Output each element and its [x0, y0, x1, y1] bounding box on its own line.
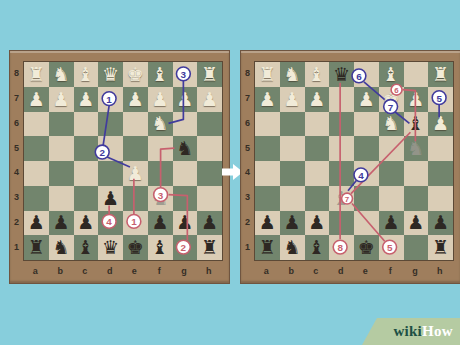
square-f6: ♞	[148, 112, 173, 137]
rank-label-5: 5	[241, 135, 254, 160]
square-h3	[197, 186, 222, 211]
white-pawn: ♟	[24, 87, 49, 112]
square-c1: ♝	[74, 235, 99, 260]
black-king: ♚	[354, 235, 379, 260]
square-d4	[329, 161, 354, 186]
square-c2: ♟	[74, 211, 99, 236]
square-g8	[404, 62, 429, 87]
square-c5	[305, 136, 330, 161]
rank-label-1: 1	[10, 234, 23, 259]
square-b8: ♞	[49, 62, 74, 87]
square-e7: ♟	[354, 87, 379, 112]
square-e4: ♟	[123, 161, 148, 186]
white-pawn: ♟	[404, 87, 429, 112]
white-pawn: ♟	[123, 161, 148, 186]
white-pawn: ♟	[354, 87, 379, 112]
square-a3	[255, 186, 280, 211]
square-a1: ♜	[24, 235, 49, 260]
file-label-g: g	[403, 262, 428, 280]
square-e6	[123, 112, 148, 137]
square-a7: ♟	[255, 87, 280, 112]
square-e2	[354, 211, 379, 236]
black-pawn: ♟	[49, 211, 74, 236]
black-rook: ♜	[428, 235, 453, 260]
square-d7	[98, 87, 123, 112]
square-f7: ♟	[148, 87, 173, 112]
square-h8: ♜	[197, 62, 222, 87]
file-label-d: d	[97, 262, 122, 280]
white-rook: ♜	[24, 62, 49, 87]
square-c5	[74, 136, 99, 161]
square-h2: ♟	[197, 211, 222, 236]
square-c8: ♝	[305, 62, 330, 87]
rank-label-1: 1	[241, 234, 254, 259]
square-c7: ♟	[305, 87, 330, 112]
black-rook: ♜	[197, 235, 222, 260]
black-pawn: ♟	[379, 211, 404, 236]
square-g8	[173, 62, 198, 87]
square-h4	[197, 161, 222, 186]
square-d8: ♛	[98, 62, 123, 87]
black-pawn: ♟	[280, 211, 305, 236]
chess-board-before: 87654321♜♞♝♛♚♝♜♟♟♟♟♟♟♟♞♞♟♟♞♟♟♟♟♟♟♜♞♝♛♚♝♜…	[9, 50, 230, 284]
square-b6	[280, 112, 305, 137]
square-d5	[98, 136, 123, 161]
square-a5	[255, 136, 280, 161]
file-labels: abcdefgh	[254, 262, 452, 280]
black-pawn: ♟	[24, 211, 49, 236]
white-rook: ♜	[255, 62, 280, 87]
square-c1: ♝	[305, 235, 330, 260]
square-g3	[173, 186, 198, 211]
file-label-b: b	[279, 262, 304, 280]
square-a8: ♜	[24, 62, 49, 87]
file-label-h: h	[196, 262, 221, 280]
square-d2	[329, 211, 354, 236]
white-pawn: ♟	[173, 87, 198, 112]
square-d6	[329, 112, 354, 137]
rank-label-4: 4	[241, 160, 254, 185]
square-g3	[404, 186, 429, 211]
file-label-e: e	[122, 262, 147, 280]
square-e1: ♚	[354, 235, 379, 260]
square-c7: ♟	[74, 87, 99, 112]
white-pawn: ♟	[148, 87, 173, 112]
square-g1	[404, 235, 429, 260]
square-h1: ♜	[428, 235, 453, 260]
square-a4	[255, 161, 280, 186]
white-king: ♚	[123, 62, 148, 87]
ghost-bishop: ♝	[329, 186, 354, 211]
square-f6: ♞	[379, 112, 404, 137]
file-label-g: g	[172, 262, 197, 280]
white-knight: ♞	[379, 112, 404, 137]
square-d4	[98, 161, 123, 186]
rank-label-2: 2	[10, 210, 23, 235]
white-rook: ♜	[428, 62, 453, 87]
square-f1: ♝	[148, 235, 173, 260]
watermark-wiki-text: wiki	[393, 323, 422, 340]
white-queen: ♛	[98, 62, 123, 87]
watermark-how-text: How	[422, 323, 453, 340]
black-king: ♚	[123, 235, 148, 260]
square-c3	[305, 186, 330, 211]
square-h3	[428, 186, 453, 211]
rank-label-6: 6	[241, 111, 254, 136]
rank-labels: 87654321	[10, 61, 23, 259]
square-c2: ♟	[305, 211, 330, 236]
square-a2: ♟	[255, 211, 280, 236]
square-f8: ♝	[379, 62, 404, 87]
black-pawn: ♟	[428, 211, 453, 236]
square-h7: ♟	[197, 87, 222, 112]
square-c4	[305, 161, 330, 186]
rank-label-7: 7	[10, 86, 23, 111]
square-f4	[379, 161, 404, 186]
square-b5	[280, 136, 305, 161]
square-f2: ♟	[379, 211, 404, 236]
wikihow-chess-illustration: 87654321♜♞♝♛♚♝♜♟♟♟♟♟♟♟♞♞♟♟♞♟♟♟♟♟♟♜♞♝♛♚♝♜…	[0, 0, 460, 345]
square-b7: ♟	[49, 87, 74, 112]
square-d6	[98, 112, 123, 137]
square-d3: ♟	[98, 186, 123, 211]
square-e7: ♟	[123, 87, 148, 112]
ghost-knight: ♞	[404, 136, 429, 161]
square-c8: ♝	[74, 62, 99, 87]
black-queen: ♛	[98, 235, 123, 260]
black-bishop: ♝	[404, 112, 429, 137]
rank-label-7: 7	[241, 86, 254, 111]
black-rook: ♜	[255, 235, 280, 260]
black-rook: ♜	[24, 235, 49, 260]
square-a5	[24, 136, 49, 161]
square-b1: ♞	[280, 235, 305, 260]
square-b3	[49, 186, 74, 211]
square-e5	[354, 136, 379, 161]
square-a4	[24, 161, 49, 186]
square-b3	[280, 186, 305, 211]
rank-label-2: 2	[241, 210, 254, 235]
file-label-h: h	[427, 262, 452, 280]
black-pawn: ♟	[255, 211, 280, 236]
white-bishop: ♝	[305, 62, 330, 87]
square-f5	[379, 136, 404, 161]
square-b2: ♟	[280, 211, 305, 236]
chess-board-after: 87654321♜♞♝♛♝♜♟♟♟♟♚♟♞♝♟♞♝♟♟♟♟♟♟♜♞♝♚♜4567…	[240, 50, 460, 284]
black-knight: ♞	[49, 235, 74, 260]
black-pawn: ♟	[404, 211, 429, 236]
white-pawn: ♟	[197, 87, 222, 112]
square-a1: ♜	[255, 235, 280, 260]
square-f3	[379, 186, 404, 211]
file-labels: abcdefgh	[23, 262, 221, 280]
square-h1: ♜	[197, 235, 222, 260]
square-f3: ♞	[148, 186, 173, 211]
square-g1	[173, 235, 198, 260]
black-knight: ♞	[173, 136, 198, 161]
rank-label-6: 6	[10, 111, 23, 136]
square-f2: ♟	[148, 211, 173, 236]
square-g7: ♟	[173, 87, 198, 112]
square-h8: ♜	[428, 62, 453, 87]
square-c3	[74, 186, 99, 211]
square-b7: ♟	[280, 87, 305, 112]
square-a6	[255, 112, 280, 137]
square-e5	[123, 136, 148, 161]
ghost-knight: ♞	[148, 186, 173, 211]
black-pawn: ♟	[74, 211, 99, 236]
square-g5: ♞	[173, 136, 198, 161]
square-b8: ♞	[280, 62, 305, 87]
black-pawn: ♟	[173, 211, 198, 236]
rank-label-3: 3	[10, 185, 23, 210]
file-label-d: d	[328, 262, 353, 280]
square-c4	[74, 161, 99, 186]
square-g5: ♞	[404, 136, 429, 161]
square-a7: ♟	[24, 87, 49, 112]
black-bishop: ♝	[74, 235, 99, 260]
square-b1: ♞	[49, 235, 74, 260]
square-e2	[123, 211, 148, 236]
black-pawn: ♟	[148, 211, 173, 236]
white-king: ♚	[379, 87, 404, 112]
black-pawn: ♟	[197, 211, 222, 236]
square-h4	[428, 161, 453, 186]
square-f8: ♝	[148, 62, 173, 87]
square-d7	[329, 87, 354, 112]
square-h6: ♟	[428, 112, 453, 137]
board-grid: ♜♞♝♛♚♝♜♟♟♟♟♟♟♟♞♞♟♟♞♟♟♟♟♟♟♜♞♝♛♚♝♜	[23, 61, 223, 261]
file-label-a: a	[254, 262, 279, 280]
square-g4	[404, 161, 429, 186]
file-label-e: e	[353, 262, 378, 280]
rank-label-8: 8	[241, 61, 254, 86]
square-e3	[354, 186, 379, 211]
square-g2: ♟	[404, 211, 429, 236]
file-label-f: f	[378, 262, 403, 280]
square-e8: ♚	[123, 62, 148, 87]
square-a8: ♜	[255, 62, 280, 87]
white-pawn: ♟	[123, 87, 148, 112]
white-bishop: ♝	[148, 62, 173, 87]
square-b4	[49, 161, 74, 186]
square-h7	[428, 87, 453, 112]
white-knight: ♞	[49, 62, 74, 87]
square-b4	[280, 161, 305, 186]
white-bishop: ♝	[379, 62, 404, 87]
square-e4	[354, 161, 379, 186]
square-e1: ♚	[123, 235, 148, 260]
white-pawn: ♟	[49, 87, 74, 112]
black-bishop: ♝	[305, 235, 330, 260]
square-f4	[148, 161, 173, 186]
square-h5	[197, 136, 222, 161]
white-pawn: ♟	[428, 112, 453, 137]
square-h5	[428, 136, 453, 161]
file-label-c: c	[73, 262, 98, 280]
rank-label-8: 8	[10, 61, 23, 86]
square-d2	[98, 211, 123, 236]
white-knight: ♞	[280, 62, 305, 87]
white-rook: ♜	[197, 62, 222, 87]
white-pawn: ♟	[305, 87, 330, 112]
square-h2: ♟	[428, 211, 453, 236]
white-knight: ♞	[148, 112, 173, 137]
square-g7: ♟	[404, 87, 429, 112]
square-d1	[329, 235, 354, 260]
square-e6	[354, 112, 379, 137]
square-c6	[74, 112, 99, 137]
square-b2: ♟	[49, 211, 74, 236]
square-a3	[24, 186, 49, 211]
square-g4	[173, 161, 198, 186]
square-g2: ♟	[173, 211, 198, 236]
black-bishop: ♝	[148, 235, 173, 260]
rank-labels: 87654321	[241, 61, 254, 259]
white-pawn: ♟	[280, 87, 305, 112]
wikihow-watermark: wikiHow	[362, 318, 460, 345]
square-e3	[123, 186, 148, 211]
square-d3: ♝	[329, 186, 354, 211]
square-a6	[24, 112, 49, 137]
file-label-a: a	[23, 262, 48, 280]
rank-label-4: 4	[10, 160, 23, 185]
black-knight: ♞	[280, 235, 305, 260]
square-d1: ♛	[98, 235, 123, 260]
white-pawn: ♟	[255, 87, 280, 112]
file-label-c: c	[304, 262, 329, 280]
black-pawn: ♟	[98, 186, 123, 211]
square-e8	[354, 62, 379, 87]
square-f5	[148, 136, 173, 161]
square-g6	[173, 112, 198, 137]
square-h6	[197, 112, 222, 137]
rank-label-5: 5	[10, 135, 23, 160]
file-label-f: f	[147, 262, 172, 280]
white-pawn: ♟	[74, 87, 99, 112]
white-bishop: ♝	[74, 62, 99, 87]
square-f1	[379, 235, 404, 260]
square-b6	[49, 112, 74, 137]
board-grid: ♜♞♝♛♝♜♟♟♟♟♚♟♞♝♟♞♝♟♟♟♟♟♟♜♞♝♚♜	[254, 61, 454, 261]
file-label-b: b	[48, 262, 73, 280]
rank-label-3: 3	[241, 185, 254, 210]
square-a2: ♟	[24, 211, 49, 236]
square-d5	[329, 136, 354, 161]
square-d8: ♛	[329, 62, 354, 87]
square-f7: ♚	[379, 87, 404, 112]
black-queen: ♛	[329, 62, 354, 87]
square-b5	[49, 136, 74, 161]
square-g6: ♝	[404, 112, 429, 137]
square-c6	[305, 112, 330, 137]
black-pawn: ♟	[305, 211, 330, 236]
